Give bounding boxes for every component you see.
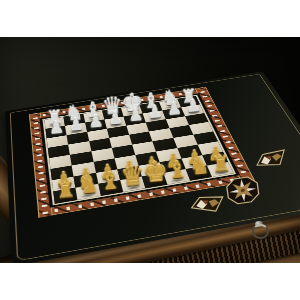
square-a1: ♜ (53, 188, 77, 204)
photo-frame: ♜♞♝♛♚♝♞♜♟♟♟♟♟♟♟♟♟♟♟♟♟♟♟♟♜♞♝♛♚♝♞♜ (0, 37, 300, 263)
knob-bail (252, 224, 269, 239)
matte-top (0, 0, 300, 37)
square-b1: ♞ (76, 184, 101, 200)
square-f5 (149, 128, 173, 141)
matte-bottom (0, 263, 300, 300)
square-h1: ♜ (207, 162, 234, 177)
square-e1: ♚ (142, 173, 168, 188)
square-g4 (173, 135, 198, 148)
drawer-knob-icon (250, 221, 267, 236)
square-d1: ♛ (120, 177, 145, 192)
inlay-compass-star-icon (224, 174, 262, 210)
square-c1: ♝ (98, 180, 123, 196)
